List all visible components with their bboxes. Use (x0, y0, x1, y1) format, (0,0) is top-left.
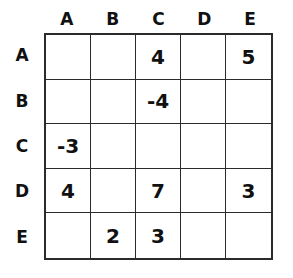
cell-E-D[interactable] (181, 213, 226, 258)
cell-C-D[interactable] (181, 124, 226, 169)
row-label-B: B (16, 93, 29, 110)
cell-A-D[interactable] (181, 35, 226, 80)
cell-C-A[interactable]: -3 (46, 124, 91, 169)
cell-B-D[interactable] (181, 80, 226, 125)
cell-C-C[interactable] (136, 124, 181, 169)
cell-E-E[interactable] (226, 213, 271, 258)
puzzle-board: 45-4-347323 (44, 33, 273, 260)
corner-spacer (0, 0, 44, 33)
cell-A-E[interactable]: 5 (226, 35, 271, 80)
cell-A-C[interactable]: 4 (136, 35, 181, 80)
col-label-E: E (244, 11, 256, 28)
col-label-B: B (106, 11, 119, 28)
cell-D-B[interactable] (91, 169, 136, 214)
cell-B-C[interactable]: -4 (136, 80, 181, 125)
cell-D-D[interactable] (181, 169, 226, 214)
row-label-C: C (16, 138, 28, 155)
col-label-D: D (197, 11, 211, 28)
col-label-C: C (152, 11, 164, 28)
cell-A-A[interactable] (46, 35, 91, 80)
cell-C-E[interactable] (226, 124, 271, 169)
column-labels: ABCDE (44, 0, 273, 33)
cell-B-E[interactable] (226, 80, 271, 125)
cell-D-A[interactable]: 4 (46, 169, 91, 214)
cell-E-A[interactable] (46, 213, 91, 258)
cell-D-E[interactable]: 3 (226, 169, 271, 214)
cell-C-B[interactable] (91, 124, 136, 169)
cell-E-B[interactable]: 2 (91, 213, 136, 258)
row-label-A: A (15, 47, 28, 64)
cell-D-C[interactable]: 7 (136, 169, 181, 214)
cell-B-B[interactable] (91, 80, 136, 125)
row-label-D: D (15, 183, 29, 200)
cell-E-C[interactable]: 3 (136, 213, 181, 258)
row-labels: ABCDE (0, 33, 44, 260)
puzzle-stage: ABCDE ABCDE 45-4-347323 (0, 0, 293, 260)
row-label-E: E (16, 229, 28, 246)
cell-B-A[interactable] (46, 80, 91, 125)
col-label-A: A (60, 11, 73, 28)
cell-A-B[interactable] (91, 35, 136, 80)
